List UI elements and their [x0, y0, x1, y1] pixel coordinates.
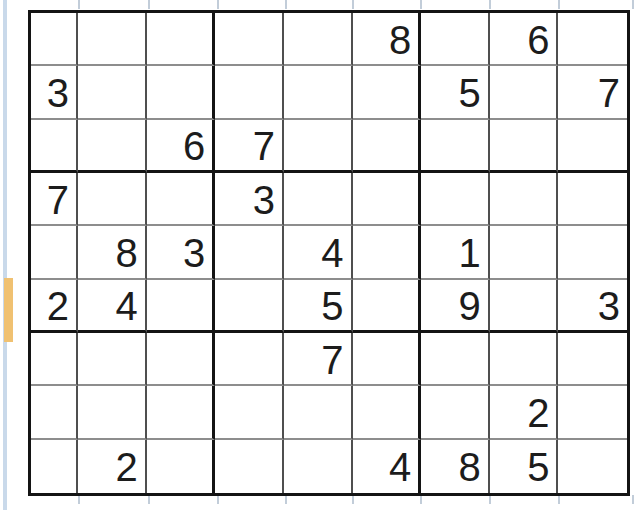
cell-r5c8[interactable] — [490, 226, 559, 279]
gridline-tick-bottom — [78, 495, 80, 504]
cell-r3c5[interactable] — [284, 120, 353, 173]
cell-r8c5[interactable] — [284, 386, 353, 439]
cell-r1c6[interactable]: 8 — [353, 13, 422, 66]
cell-r8c8[interactable]: 2 — [490, 386, 559, 439]
cell-r6c3[interactable] — [147, 280, 216, 333]
cell-r9c2[interactable]: 2 — [78, 440, 147, 493]
gridline-tick-top — [558, 0, 560, 9]
cell-r3c8[interactable] — [490, 120, 559, 173]
cell-r2c9[interactable]: 7 — [558, 66, 627, 119]
cell-r7c6[interactable] — [353, 333, 422, 386]
cell-r9c9[interactable] — [558, 440, 627, 493]
cell-r9c6[interactable]: 4 — [353, 440, 422, 493]
gridline-tick-bottom — [148, 495, 150, 504]
cell-r4c2[interactable] — [78, 173, 147, 226]
cell-r5c7[interactable]: 1 — [421, 226, 490, 279]
cell-r4c5[interactable] — [284, 173, 353, 226]
cell-r2c1[interactable]: 3 — [31, 66, 78, 119]
cell-r1c7[interactable] — [421, 13, 490, 66]
cell-r5c2[interactable]: 8 — [78, 226, 147, 279]
cell-r3c2[interactable] — [78, 120, 147, 173]
gridline-tick-top — [632, 0, 634, 9]
cell-r2c6[interactable] — [353, 66, 422, 119]
cell-r6c7[interactable]: 9 — [421, 280, 490, 333]
row6-highlight-marker — [4, 278, 13, 342]
gridline-tick-bottom — [489, 495, 491, 504]
cell-r5c3[interactable]: 3 — [147, 226, 216, 279]
cell-r7c2[interactable] — [78, 333, 147, 386]
cell-r2c5[interactable] — [284, 66, 353, 119]
cell-r2c2[interactable] — [78, 66, 147, 119]
cell-r6c1[interactable]: 2 — [31, 280, 78, 333]
cell-r7c9[interactable] — [558, 333, 627, 386]
cell-r5c5[interactable]: 4 — [284, 226, 353, 279]
gridline-tick-bottom — [632, 495, 634, 504]
cell-r8c1[interactable] — [31, 386, 78, 439]
cell-r2c8[interactable] — [490, 66, 559, 119]
cell-r2c3[interactable] — [147, 66, 216, 119]
cell-r9c3[interactable] — [147, 440, 216, 493]
cell-r3c7[interactable] — [421, 120, 490, 173]
cell-r3c9[interactable] — [558, 120, 627, 173]
cell-r7c8[interactable] — [490, 333, 559, 386]
cell-r9c7[interactable]: 8 — [421, 440, 490, 493]
cell-r8c4[interactable] — [215, 386, 284, 439]
cell-r5c6[interactable] — [353, 226, 422, 279]
cell-r3c6[interactable] — [353, 120, 422, 173]
cell-r8c2[interactable] — [78, 386, 147, 439]
cell-r4c1[interactable]: 7 — [31, 173, 78, 226]
cell-r2c7[interactable]: 5 — [421, 66, 490, 119]
cell-r8c9[interactable] — [558, 386, 627, 439]
gridline-tick-top — [285, 0, 287, 9]
gridline-tick-top — [217, 0, 219, 9]
gridline-tick-bottom — [558, 495, 560, 504]
cell-r8c3[interactable] — [147, 386, 216, 439]
cell-r3c1[interactable] — [31, 120, 78, 173]
cell-r9c8[interactable]: 5 — [490, 440, 559, 493]
cell-r1c3[interactable] — [147, 13, 216, 66]
gridline-tick-top — [78, 0, 80, 9]
cell-r6c9[interactable]: 3 — [558, 280, 627, 333]
cell-r2c4[interactable] — [215, 66, 284, 119]
gridline-tick-bottom — [352, 495, 354, 504]
cell-r3c4[interactable]: 7 — [215, 120, 284, 173]
cell-r9c5[interactable] — [284, 440, 353, 493]
cell-r6c4[interactable] — [215, 280, 284, 333]
cell-r1c2[interactable] — [78, 13, 147, 66]
cell-r7c7[interactable] — [421, 333, 490, 386]
cell-r9c1[interactable] — [31, 440, 78, 493]
spreadsheet-canvas: 863576773834124593722485 — [0, 0, 640, 510]
gridline-tick-top — [148, 0, 150, 9]
cell-r4c7[interactable] — [421, 173, 490, 226]
cell-r6c5[interactable]: 5 — [284, 280, 353, 333]
cell-r8c6[interactable] — [353, 386, 422, 439]
cell-r4c9[interactable] — [558, 173, 627, 226]
cell-r6c8[interactable] — [490, 280, 559, 333]
cell-r5c4[interactable] — [215, 226, 284, 279]
cell-r8c7[interactable] — [421, 386, 490, 439]
cell-r5c1[interactable] — [31, 226, 78, 279]
cell-r1c5[interactable] — [284, 13, 353, 66]
cell-r1c9[interactable] — [558, 13, 627, 66]
gridline-tick-bottom — [285, 495, 287, 504]
cell-r7c1[interactable] — [31, 333, 78, 386]
cell-r6c6[interactable] — [353, 280, 422, 333]
cell-r1c1[interactable] — [31, 13, 78, 66]
cell-r7c5[interactable]: 7 — [284, 333, 353, 386]
cell-r6c2[interactable]: 4 — [78, 280, 147, 333]
cell-r9c4[interactable] — [215, 440, 284, 493]
gridline-tick-bottom — [217, 495, 219, 504]
cell-r7c3[interactable] — [147, 333, 216, 386]
gridline-tick-top — [420, 0, 422, 9]
sudoku-board: 863576773834124593722485 — [28, 10, 630, 496]
gridline-tick-top — [489, 0, 491, 9]
gridline-tick-top — [352, 0, 354, 9]
cell-r7c4[interactable] — [215, 333, 284, 386]
cell-r5c9[interactable] — [558, 226, 627, 279]
cell-r4c3[interactable] — [147, 173, 216, 226]
cell-r3c3[interactable]: 6 — [147, 120, 216, 173]
cell-r1c4[interactable] — [215, 13, 284, 66]
cell-r1c8[interactable]: 6 — [490, 13, 559, 66]
left-gridline-strip — [3, 0, 7, 510]
gridline-tick-bottom — [420, 495, 422, 504]
cell-r4c4[interactable]: 3 — [215, 173, 284, 226]
cell-r4c6[interactable] — [353, 173, 422, 226]
cell-r4c8[interactable] — [490, 173, 559, 226]
